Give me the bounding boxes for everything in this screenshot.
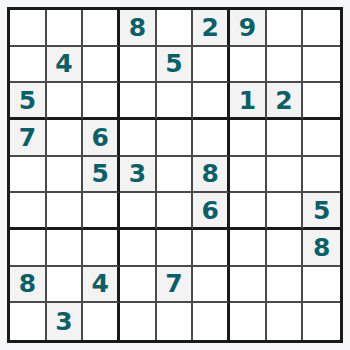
cell-r6c8[interactable] (267, 193, 304, 230)
sudoku-board: 82945512765386588473 (7, 7, 343, 343)
cell-r3c1[interactable]: 5 (10, 83, 47, 120)
cell-r6c6[interactable]: 6 (193, 193, 230, 230)
cell-r3c6[interactable] (193, 83, 230, 120)
cell-r4c6[interactable] (193, 120, 230, 157)
cell-r9c6[interactable] (193, 303, 230, 340)
cell-r1c3[interactable] (83, 10, 120, 47)
cell-r5c1[interactable] (10, 157, 47, 194)
cell-r7c2[interactable] (47, 230, 84, 267)
cell-r1c4[interactable]: 8 (120, 10, 157, 47)
cell-r7c6[interactable] (193, 230, 230, 267)
cell-r5c8[interactable] (267, 157, 304, 194)
cell-r4c7[interactable] (230, 120, 267, 157)
cell-r7c9[interactable]: 8 (303, 230, 340, 267)
cell-r1c5[interactable] (157, 10, 194, 47)
cell-r9c5[interactable] (157, 303, 194, 340)
cell-r8c7[interactable] (230, 267, 267, 304)
cell-r7c4[interactable] (120, 230, 157, 267)
cell-r1c6[interactable]: 2 (193, 10, 230, 47)
cell-r5c3[interactable]: 5 (83, 157, 120, 194)
cell-r2c9[interactable] (303, 47, 340, 84)
cell-r1c2[interactable] (47, 10, 84, 47)
cell-r9c7[interactable] (230, 303, 267, 340)
cell-r6c5[interactable] (157, 193, 194, 230)
cell-r4c1[interactable]: 7 (10, 120, 47, 157)
cell-r7c7[interactable] (230, 230, 267, 267)
cell-r9c9[interactable] (303, 303, 340, 340)
cell-r5c4[interactable]: 3 (120, 157, 157, 194)
cell-r8c8[interactable] (267, 267, 304, 304)
cell-r4c8[interactable] (267, 120, 304, 157)
cell-r2c8[interactable] (267, 47, 304, 84)
cell-r1c1[interactable] (10, 10, 47, 47)
cell-r2c6[interactable] (193, 47, 230, 84)
cell-r5c2[interactable] (47, 157, 84, 194)
cell-r1c8[interactable] (267, 10, 304, 47)
cell-r6c7[interactable] (230, 193, 267, 230)
cell-r5c6[interactable]: 8 (193, 157, 230, 194)
cell-r9c3[interactable] (83, 303, 120, 340)
cell-r3c2[interactable] (47, 83, 84, 120)
cell-r3c9[interactable] (303, 83, 340, 120)
cell-r4c3[interactable]: 6 (83, 120, 120, 157)
cell-r8c4[interactable] (120, 267, 157, 304)
cell-r6c1[interactable] (10, 193, 47, 230)
cell-r6c2[interactable] (47, 193, 84, 230)
cell-r7c8[interactable] (267, 230, 304, 267)
cell-r3c8[interactable]: 2 (267, 83, 304, 120)
cell-r9c1[interactable] (10, 303, 47, 340)
cell-r8c1[interactable]: 8 (10, 267, 47, 304)
cell-r3c7[interactable]: 1 (230, 83, 267, 120)
cell-r8c9[interactable] (303, 267, 340, 304)
cell-r2c2[interactable]: 4 (47, 47, 84, 84)
cell-r3c4[interactable] (120, 83, 157, 120)
cell-r5c7[interactable] (230, 157, 267, 194)
cell-r4c2[interactable] (47, 120, 84, 157)
cell-r4c9[interactable] (303, 120, 340, 157)
cell-r8c5[interactable]: 7 (157, 267, 194, 304)
cell-r4c4[interactable] (120, 120, 157, 157)
cell-r2c1[interactable] (10, 47, 47, 84)
cell-r2c3[interactable] (83, 47, 120, 84)
cell-r4c5[interactable] (157, 120, 194, 157)
cell-r5c9[interactable] (303, 157, 340, 194)
cell-r6c9[interactable]: 5 (303, 193, 340, 230)
cell-r9c8[interactable] (267, 303, 304, 340)
cell-r2c4[interactable] (120, 47, 157, 84)
cell-r1c7[interactable]: 9 (230, 10, 267, 47)
cell-r7c1[interactable] (10, 230, 47, 267)
cell-r8c6[interactable] (193, 267, 230, 304)
cell-r7c5[interactable] (157, 230, 194, 267)
cell-r1c9[interactable] (303, 10, 340, 47)
cell-r6c3[interactable] (83, 193, 120, 230)
cell-r2c7[interactable] (230, 47, 267, 84)
cell-r7c3[interactable] (83, 230, 120, 267)
cell-r8c2[interactable] (47, 267, 84, 304)
cell-r9c4[interactable] (120, 303, 157, 340)
cell-r6c4[interactable] (120, 193, 157, 230)
cell-r3c5[interactable] (157, 83, 194, 120)
cell-r8c3[interactable]: 4 (83, 267, 120, 304)
cell-r5c5[interactable] (157, 157, 194, 194)
cell-r3c3[interactable] (83, 83, 120, 120)
cell-r2c5[interactable]: 5 (157, 47, 194, 84)
cell-r9c2[interactable]: 3 (47, 303, 84, 340)
